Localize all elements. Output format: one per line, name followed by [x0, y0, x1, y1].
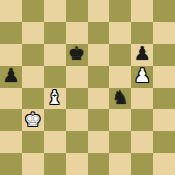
square-d6[interactable]: ♚ — [66, 44, 88, 66]
square-d8[interactable] — [66, 0, 88, 22]
square-a2[interactable] — [0, 131, 22, 153]
square-a3[interactable] — [0, 109, 22, 131]
square-e3[interactable] — [88, 109, 110, 131]
piece-white-bishop: ♝ — [46, 88, 63, 107]
piece-white-king: ♚ — [24, 110, 41, 129]
square-e7[interactable] — [88, 22, 110, 44]
square-f4[interactable]: ♞ — [109, 88, 131, 110]
square-f2[interactable] — [109, 131, 131, 153]
square-e5[interactable] — [88, 66, 110, 88]
square-f3[interactable] — [109, 109, 131, 131]
piece-black-pawn: ♟ — [2, 66, 19, 85]
chess-board: ♚♟♟♟♝♞♚ — [0, 0, 175, 175]
square-a6[interactable] — [0, 44, 22, 66]
square-h2[interactable] — [153, 131, 175, 153]
square-h6[interactable] — [153, 44, 175, 66]
square-g8[interactable] — [131, 0, 153, 22]
square-h8[interactable] — [153, 0, 175, 22]
square-f6[interactable] — [109, 44, 131, 66]
square-g6[interactable]: ♟ — [131, 44, 153, 66]
square-c6[interactable] — [44, 44, 66, 66]
square-b4[interactable] — [22, 88, 44, 110]
square-h1[interactable] — [153, 153, 175, 175]
square-g4[interactable] — [131, 88, 153, 110]
square-g7[interactable] — [131, 22, 153, 44]
square-b2[interactable] — [22, 131, 44, 153]
square-d7[interactable] — [66, 22, 88, 44]
square-g1[interactable] — [131, 153, 153, 175]
square-b1[interactable] — [22, 153, 44, 175]
square-c1[interactable] — [44, 153, 66, 175]
square-g2[interactable] — [131, 131, 153, 153]
square-a7[interactable] — [0, 22, 22, 44]
square-a4[interactable] — [0, 88, 22, 110]
square-c3[interactable] — [44, 109, 66, 131]
square-c4[interactable]: ♝ — [44, 88, 66, 110]
square-f5[interactable] — [109, 66, 131, 88]
square-h4[interactable] — [153, 88, 175, 110]
square-d4[interactable] — [66, 88, 88, 110]
square-h5[interactable] — [153, 66, 175, 88]
square-e8[interactable] — [88, 0, 110, 22]
square-f7[interactable] — [109, 22, 131, 44]
square-b6[interactable] — [22, 44, 44, 66]
piece-black-king: ♚ — [68, 44, 85, 63]
square-d3[interactable] — [66, 109, 88, 131]
square-c5[interactable] — [44, 66, 66, 88]
square-h3[interactable] — [153, 109, 175, 131]
square-d1[interactable] — [66, 153, 88, 175]
square-e2[interactable] — [88, 131, 110, 153]
square-c2[interactable] — [44, 131, 66, 153]
square-e6[interactable] — [88, 44, 110, 66]
square-a8[interactable] — [0, 0, 22, 22]
square-a1[interactable] — [0, 153, 22, 175]
square-d2[interactable] — [66, 131, 88, 153]
piece-black-knight: ♞ — [112, 88, 129, 107]
square-c7[interactable] — [44, 22, 66, 44]
square-b8[interactable] — [22, 0, 44, 22]
piece-white-pawn: ♟ — [134, 66, 151, 85]
square-b3[interactable]: ♚ — [22, 109, 44, 131]
square-b5[interactable] — [22, 66, 44, 88]
square-f1[interactable] — [109, 153, 131, 175]
square-c8[interactable] — [44, 0, 66, 22]
square-e4[interactable] — [88, 88, 110, 110]
square-h7[interactable] — [153, 22, 175, 44]
square-g3[interactable] — [131, 109, 153, 131]
square-b7[interactable] — [22, 22, 44, 44]
square-e1[interactable] — [88, 153, 110, 175]
square-a5[interactable]: ♟ — [0, 66, 22, 88]
piece-black-pawn: ♟ — [134, 44, 151, 63]
square-d5[interactable] — [66, 66, 88, 88]
square-g5[interactable]: ♟ — [131, 66, 153, 88]
square-f8[interactable] — [109, 0, 131, 22]
